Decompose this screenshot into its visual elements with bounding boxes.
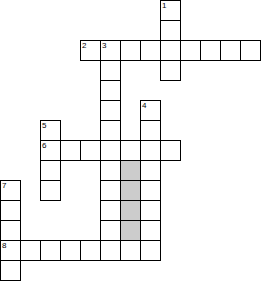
cell-r12-c3[interactable] — [60, 240, 81, 261]
clue-number-7: 7 — [2, 181, 6, 190]
clue-number-3: 3 — [102, 41, 106, 50]
cell-r7-c5[interactable] — [100, 140, 121, 161]
cell-r7-c7[interactable] — [140, 140, 161, 161]
cell-r12-c1[interactable] — [20, 240, 41, 261]
cell-r2-c11[interactable] — [220, 40, 241, 61]
clue-number-6: 6 — [42, 141, 46, 150]
cell-r9-c6[interactable] — [120, 180, 141, 201]
cell-r12-c5[interactable] — [100, 240, 121, 261]
cell-r7-c4[interactable] — [80, 140, 101, 161]
cell-r5-c7[interactable]: 4 — [140, 100, 161, 121]
cell-r10-c5[interactable] — [100, 200, 121, 221]
cell-r3-c8[interactable] — [160, 60, 181, 81]
cell-r8-c7[interactable] — [140, 160, 161, 181]
cell-r8-c5[interactable] — [100, 160, 121, 181]
cell-r11-c7[interactable] — [140, 220, 161, 241]
cell-r7-c8[interactable] — [160, 140, 181, 161]
cell-r12-c4[interactable] — [80, 240, 101, 261]
cell-r8-c2[interactable] — [40, 160, 61, 181]
cell-r10-c0[interactable] — [0, 200, 21, 221]
cell-r2-c8[interactable] — [160, 40, 181, 61]
cell-r10-c7[interactable] — [140, 200, 161, 221]
cell-r2-c4[interactable]: 2 — [80, 40, 101, 61]
cell-r9-c0[interactable]: 7 — [0, 180, 21, 201]
cell-r2-c9[interactable] — [180, 40, 201, 61]
cell-r8-c6[interactable] — [120, 160, 141, 181]
crossword-board: 12345678 — [0, 0, 261, 281]
cell-r2-c7[interactable] — [140, 40, 161, 61]
cell-r2-c5[interactable]: 3 — [100, 40, 121, 61]
cell-r7-c3[interactable] — [60, 140, 81, 161]
clue-number-2: 2 — [82, 41, 86, 50]
cell-r6-c7[interactable] — [140, 120, 161, 141]
clue-number-5: 5 — [42, 121, 46, 130]
cell-r4-c5[interactable] — [100, 80, 121, 101]
cell-r1-c8[interactable] — [160, 20, 181, 41]
cell-r12-c6[interactable] — [120, 240, 141, 261]
clue-number-4: 4 — [142, 101, 146, 110]
cell-r0-c8[interactable]: 1 — [160, 0, 181, 21]
cell-r10-c6[interactable] — [120, 200, 141, 221]
cell-r9-c7[interactable] — [140, 180, 161, 201]
cell-r12-c0[interactable]: 8 — [0, 240, 21, 261]
cell-r9-c2[interactable] — [40, 180, 61, 201]
cell-r5-c5[interactable] — [100, 100, 121, 121]
cell-r11-c5[interactable] — [100, 220, 121, 241]
cell-r3-c5[interactable] — [100, 60, 121, 81]
cell-r6-c5[interactable] — [100, 120, 121, 141]
cell-r7-c6[interactable] — [120, 140, 141, 161]
cell-r7-c2[interactable]: 6 — [40, 140, 61, 161]
cell-r9-c5[interactable] — [100, 180, 121, 201]
cell-r2-c10[interactable] — [200, 40, 221, 61]
cell-r6-c2[interactable]: 5 — [40, 120, 61, 141]
cell-r11-c0[interactable] — [0, 220, 21, 241]
cell-r12-c7[interactable] — [140, 240, 161, 261]
cell-r12-c2[interactable] — [40, 240, 61, 261]
cell-r11-c6[interactable] — [120, 220, 141, 241]
cell-r2-c6[interactable] — [120, 40, 141, 61]
cell-r2-c12[interactable] — [240, 40, 261, 61]
clue-number-8: 8 — [2, 241, 6, 250]
cell-r13-c0[interactable] — [0, 260, 21, 281]
clue-number-1: 1 — [162, 1, 166, 10]
